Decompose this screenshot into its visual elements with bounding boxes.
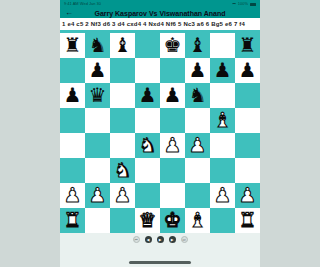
black-pawn: ♟ [135, 83, 160, 108]
nav-bar: ← Garry Kasparov Vs Viswanathan Anand [60, 8, 260, 18]
square-h8[interactable]: ♜ [235, 33, 260, 58]
square-f4[interactable]: ♟ [185, 133, 210, 158]
square-b2[interactable]: ♟ [85, 183, 110, 208]
square-g6[interactable] [210, 83, 235, 108]
square-b8[interactable]: ♞ [85, 33, 110, 58]
black-knight: ♞ [185, 83, 210, 108]
square-g3[interactable] [210, 158, 235, 183]
square-c1[interactable] [110, 208, 135, 233]
black-rook: ♜ [235, 33, 260, 58]
square-b7[interactable]: ♟ [85, 58, 110, 83]
first-move-button[interactable]: ⏮ [133, 236, 140, 243]
square-c6[interactable] [110, 83, 135, 108]
square-a5[interactable] [60, 108, 85, 133]
square-a2[interactable]: ♟ [60, 183, 85, 208]
square-g2[interactable]: ♟ [210, 183, 235, 208]
square-d3[interactable] [135, 158, 160, 183]
square-g4[interactable] [210, 133, 235, 158]
play-button[interactable]: ▶ [157, 236, 164, 243]
square-f1[interactable]: ♝ [185, 208, 210, 233]
square-e4[interactable]: ♟ [160, 133, 185, 158]
square-a8[interactable]: ♜ [60, 33, 85, 58]
black-pawn: ♟ [160, 83, 185, 108]
white-bishop: ♝ [185, 208, 210, 233]
status-time-date: 9:41 AM Wed Jan 30 [64, 0, 101, 8]
move-list[interactable]: 1 e4 c5 2 Nf3 d6 3 d4 cxd4 4 Nxd4 Nf6 5 … [60, 18, 260, 30]
page-title: Garry Kasparov Vs Viswanathan Anand [94, 10, 225, 17]
square-a3[interactable] [60, 158, 85, 183]
black-pawn: ♟ [210, 58, 235, 83]
square-f6[interactable]: ♞ [185, 83, 210, 108]
square-a1[interactable]: ♜ [60, 208, 85, 233]
white-pawn: ♟ [60, 183, 85, 208]
last-move-button[interactable]: ⏭ [181, 236, 188, 243]
bottom-bar: ⏮◀▶▶⏭ [60, 233, 260, 267]
black-bishop: ♝ [185, 33, 210, 58]
previous-move-button[interactable]: ◀ [145, 236, 152, 243]
white-knight: ♞ [110, 158, 135, 183]
white-knight: ♞ [135, 133, 160, 158]
square-a6[interactable]: ♟ [60, 83, 85, 108]
white-pawn: ♟ [85, 183, 110, 208]
square-d5[interactable] [135, 108, 160, 133]
square-h5[interactable] [235, 108, 260, 133]
black-rook: ♜ [60, 33, 85, 58]
black-pawn: ♟ [185, 58, 210, 83]
square-c3[interactable]: ♞ [110, 158, 135, 183]
status-bar: 9:41 AM Wed Jan 30 100% [60, 0, 260, 8]
square-e2[interactable] [160, 183, 185, 208]
square-h1[interactable]: ♜ [235, 208, 260, 233]
white-queen: ♛ [135, 208, 160, 233]
next-move-button[interactable]: ▶ [169, 236, 176, 243]
white-rook: ♜ [60, 208, 85, 233]
square-c8[interactable]: ♝ [110, 33, 135, 58]
square-h3[interactable] [235, 158, 260, 183]
battery-icon [250, 3, 256, 6]
square-c7[interactable] [110, 58, 135, 83]
square-c5[interactable] [110, 108, 135, 133]
square-a7[interactable] [60, 58, 85, 83]
square-e6[interactable]: ♟ [160, 83, 185, 108]
battery-percent: 100% [238, 0, 248, 8]
black-king: ♚ [160, 33, 185, 58]
wifi-icon [232, 3, 236, 6]
square-d6[interactable]: ♟ [135, 83, 160, 108]
square-c4[interactable] [110, 133, 135, 158]
app-window: 9:41 AM Wed Jan 30 100% ← Garry Kasparov… [60, 0, 260, 267]
square-g8[interactable] [210, 33, 235, 58]
white-pawn: ♟ [160, 133, 185, 158]
black-queen: ♛ [85, 83, 110, 108]
square-b6[interactable]: ♛ [85, 83, 110, 108]
square-e7[interactable] [160, 58, 185, 83]
square-e8[interactable]: ♚ [160, 33, 185, 58]
square-f8[interactable]: ♝ [185, 33, 210, 58]
square-d4[interactable]: ♞ [135, 133, 160, 158]
square-g7[interactable]: ♟ [210, 58, 235, 83]
black-pawn: ♟ [235, 58, 260, 83]
white-king: ♚ [160, 208, 185, 233]
square-f7[interactable]: ♟ [185, 58, 210, 83]
white-pawn: ♟ [210, 183, 235, 208]
square-b4[interactable] [85, 133, 110, 158]
square-e5[interactable] [160, 108, 185, 133]
square-d2[interactable] [135, 183, 160, 208]
square-h4[interactable] [235, 133, 260, 158]
square-b5[interactable] [85, 108, 110, 133]
square-g5[interactable]: ♝ [210, 108, 235, 133]
square-b3[interactable] [85, 158, 110, 183]
square-e1[interactable]: ♚ [160, 208, 185, 233]
square-d8[interactable] [135, 33, 160, 58]
square-f3[interactable] [185, 158, 210, 183]
white-pawn: ♟ [110, 183, 135, 208]
black-bishop: ♝ [110, 33, 135, 58]
black-pawn: ♟ [85, 58, 110, 83]
black-pawn: ♟ [60, 83, 85, 108]
square-b1[interactable] [85, 208, 110, 233]
black-knight: ♞ [85, 33, 110, 58]
white-bishop: ♝ [210, 108, 235, 133]
square-d7[interactable] [135, 58, 160, 83]
square-f5[interactable] [185, 108, 210, 133]
square-h7[interactable]: ♟ [235, 58, 260, 83]
chess-board: ♜♞♝♚♝♜♟♟♟♟♟♛♟♟♞♝♞♟♟♞♟♟♟♟♟♜♛♚♝♜ [60, 33, 260, 233]
home-indicator[interactable] [129, 261, 191, 264]
square-c2[interactable]: ♟ [110, 183, 135, 208]
white-pawn: ♟ [235, 183, 260, 208]
white-rook: ♜ [235, 208, 260, 233]
square-h2[interactable]: ♟ [235, 183, 260, 208]
square-e3[interactable] [160, 158, 185, 183]
square-h6[interactable] [235, 83, 260, 108]
back-icon[interactable]: ← [65, 8, 73, 18]
square-f2[interactable] [185, 183, 210, 208]
playback-controls: ⏮◀▶▶⏭ [133, 236, 188, 243]
square-d1[interactable]: ♛ [135, 208, 160, 233]
square-a4[interactable] [60, 133, 85, 158]
white-pawn: ♟ [185, 133, 210, 158]
square-g1[interactable] [210, 208, 235, 233]
